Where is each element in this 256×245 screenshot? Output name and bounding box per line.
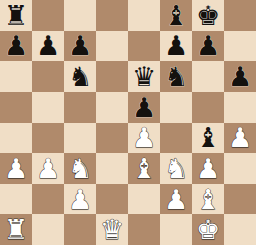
square-d4[interactable] <box>96 123 128 154</box>
square-a7[interactable]: ♟ <box>0 31 32 62</box>
square-g4[interactable]: ♝ <box>192 123 224 154</box>
piece-black-pawn[interactable]: ♟ <box>4 32 28 59</box>
square-d1[interactable]: ♛ <box>96 214 128 245</box>
square-g2[interactable]: ♝ <box>192 184 224 215</box>
square-c1[interactable] <box>64 214 96 245</box>
square-d3[interactable] <box>96 153 128 184</box>
square-d8[interactable] <box>96 0 128 31</box>
piece-black-pawn[interactable]: ♟ <box>68 32 92 59</box>
square-h8[interactable] <box>224 0 256 31</box>
square-h7[interactable] <box>224 31 256 62</box>
piece-white-king[interactable]: ♚ <box>196 216 220 243</box>
square-b6[interactable] <box>32 61 64 92</box>
square-e2[interactable] <box>128 184 160 215</box>
square-b1[interactable] <box>32 214 64 245</box>
piece-white-pawn[interactable]: ♟ <box>228 124 252 151</box>
square-b8[interactable] <box>32 0 64 31</box>
square-h5[interactable] <box>224 92 256 123</box>
square-a8[interactable]: ♜ <box>0 0 32 31</box>
piece-black-knight[interactable]: ♞ <box>68 63 92 90</box>
square-f2[interactable]: ♟ <box>160 184 192 215</box>
square-f3[interactable]: ♞ <box>160 153 192 184</box>
square-f4[interactable] <box>160 123 192 154</box>
square-h3[interactable] <box>224 153 256 184</box>
square-h1[interactable] <box>224 214 256 245</box>
piece-white-bishop[interactable]: ♝ <box>196 186 220 213</box>
square-b2[interactable] <box>32 184 64 215</box>
square-c5[interactable] <box>64 92 96 123</box>
square-d7[interactable] <box>96 31 128 62</box>
piece-black-pawn[interactable]: ♟ <box>132 94 156 121</box>
piece-black-pawn[interactable]: ♟ <box>228 63 252 90</box>
piece-white-pawn[interactable]: ♟ <box>164 186 188 213</box>
piece-black-knight[interactable]: ♞ <box>164 63 188 90</box>
piece-black-bishop[interactable]: ♝ <box>164 2 188 29</box>
square-c3[interactable]: ♞ <box>64 153 96 184</box>
square-f7[interactable]: ♟ <box>160 31 192 62</box>
piece-black-pawn[interactable]: ♟ <box>196 32 220 59</box>
square-a2[interactable] <box>0 184 32 215</box>
square-e1[interactable] <box>128 214 160 245</box>
piece-white-pawn[interactable]: ♟ <box>36 155 60 182</box>
square-e6[interactable]: ♛ <box>128 61 160 92</box>
square-c4[interactable] <box>64 123 96 154</box>
piece-white-knight[interactable]: ♞ <box>164 155 188 182</box>
square-e4[interactable]: ♟ <box>128 123 160 154</box>
square-f6[interactable]: ♞ <box>160 61 192 92</box>
square-g6[interactable] <box>192 61 224 92</box>
square-f1[interactable] <box>160 214 192 245</box>
square-f5[interactable] <box>160 92 192 123</box>
square-b5[interactable] <box>32 92 64 123</box>
square-h2[interactable] <box>224 184 256 215</box>
piece-black-rook[interactable]: ♜ <box>4 2 28 29</box>
square-e3[interactable]: ♝ <box>128 153 160 184</box>
square-h4[interactable]: ♟ <box>224 123 256 154</box>
square-h6[interactable]: ♟ <box>224 61 256 92</box>
square-a6[interactable] <box>0 61 32 92</box>
square-c8[interactable] <box>64 0 96 31</box>
chess-board: ♜♝♚♟♟♟♟♟♞♛♞♟♟♟♝♟♟♟♞♝♞♟♟♟♝♜♛♚ <box>0 0 256 245</box>
square-g1[interactable]: ♚ <box>192 214 224 245</box>
square-a1[interactable]: ♜ <box>0 214 32 245</box>
piece-black-pawn[interactable]: ♟ <box>36 32 60 59</box>
square-d5[interactable] <box>96 92 128 123</box>
square-g7[interactable]: ♟ <box>192 31 224 62</box>
square-f8[interactable]: ♝ <box>160 0 192 31</box>
square-e7[interactable] <box>128 31 160 62</box>
square-a3[interactable]: ♟ <box>0 153 32 184</box>
piece-white-pawn[interactable]: ♟ <box>68 186 92 213</box>
square-b4[interactable] <box>32 123 64 154</box>
piece-black-bishop[interactable]: ♝ <box>196 124 220 151</box>
square-e8[interactable] <box>128 0 160 31</box>
square-b7[interactable]: ♟ <box>32 31 64 62</box>
piece-white-knight[interactable]: ♞ <box>68 155 92 182</box>
square-a4[interactable] <box>0 123 32 154</box>
square-g5[interactable] <box>192 92 224 123</box>
square-e5[interactable]: ♟ <box>128 92 160 123</box>
square-a5[interactable] <box>0 92 32 123</box>
piece-white-pawn[interactable]: ♟ <box>196 155 220 182</box>
piece-white-bishop[interactable]: ♝ <box>132 155 156 182</box>
square-g8[interactable]: ♚ <box>192 0 224 31</box>
piece-black-pawn[interactable]: ♟ <box>164 32 188 59</box>
square-d6[interactable] <box>96 61 128 92</box>
square-c2[interactable]: ♟ <box>64 184 96 215</box>
piece-white-queen[interactable]: ♛ <box>100 216 124 243</box>
square-g3[interactable]: ♟ <box>192 153 224 184</box>
piece-black-queen[interactable]: ♛ <box>132 63 156 90</box>
square-c6[interactable]: ♞ <box>64 61 96 92</box>
piece-white-pawn[interactable]: ♟ <box>4 155 28 182</box>
piece-black-king[interactable]: ♚ <box>196 2 220 29</box>
square-d2[interactable] <box>96 184 128 215</box>
square-c7[interactable]: ♟ <box>64 31 96 62</box>
square-b3[interactable]: ♟ <box>32 153 64 184</box>
piece-white-pawn[interactable]: ♟ <box>132 124 156 151</box>
piece-white-rook[interactable]: ♜ <box>4 216 28 243</box>
